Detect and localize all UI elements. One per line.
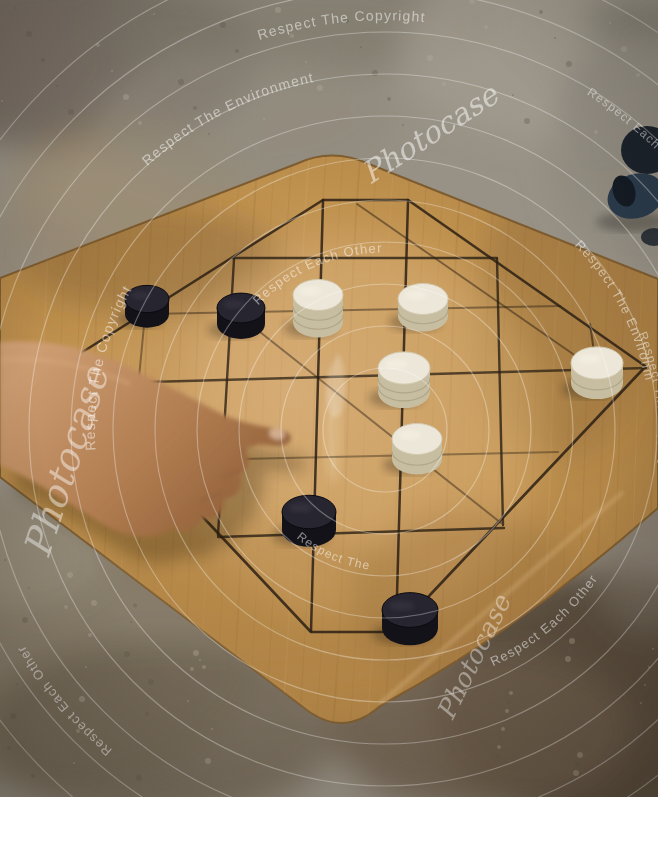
stock-photo-preview: Respect The Copyright Respect The Enviro… bbox=[0, 0, 658, 849]
vignette bbox=[0, 0, 658, 797]
photo: Respect The Copyright Respect The Enviro… bbox=[0, 0, 658, 797]
footer-bar: Photocase Good for your eyes. livcool ph… bbox=[0, 797, 658, 849]
